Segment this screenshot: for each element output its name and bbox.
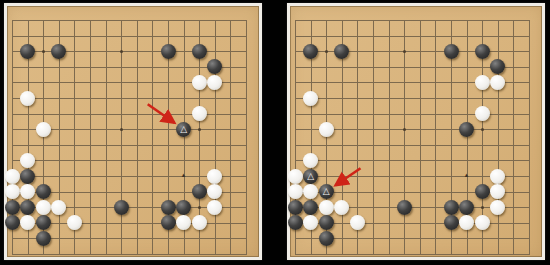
- white-stone: [67, 215, 82, 230]
- black-stone: [192, 44, 207, 59]
- grid-line-v: [215, 20, 216, 255]
- black-stone: [444, 215, 459, 230]
- white-stone: [288, 169, 303, 184]
- white-stone: [303, 91, 318, 106]
- white-stone: [192, 215, 207, 230]
- white-stone: [20, 91, 35, 106]
- black-stone: [176, 122, 191, 137]
- grid-line-h: [12, 20, 247, 21]
- black-stone: [397, 200, 412, 215]
- white-stone: [490, 184, 505, 199]
- grid-line-h: [295, 20, 530, 21]
- right-board[interactable]: ▴△△: [290, 6, 542, 257]
- grid-line-h: [12, 51, 247, 52]
- white-stone: [176, 215, 191, 230]
- black-stone: [303, 169, 318, 184]
- grid-line-v: [121, 20, 122, 255]
- white-stone: [490, 75, 505, 90]
- black-stone: [459, 200, 474, 215]
- grid-line-v: [389, 20, 390, 255]
- grid-line-h: [295, 160, 530, 161]
- black-stone: [319, 231, 334, 246]
- grid-line-h: [12, 36, 247, 37]
- black-stone: [20, 200, 35, 215]
- grid-line-h: [12, 114, 247, 115]
- grid-line-v: [90, 20, 91, 255]
- white-stone: [303, 215, 318, 230]
- grid-line-v: [513, 20, 514, 255]
- black-stone: [288, 200, 303, 215]
- black-stone: [176, 200, 191, 215]
- grid-line-h: [295, 114, 530, 115]
- black-stone: [303, 200, 318, 215]
- left-board[interactable]: ▴△: [7, 6, 259, 257]
- grid-line-v: [529, 20, 530, 255]
- black-stone: [5, 215, 20, 230]
- grid-line-v: [137, 20, 138, 255]
- white-stone: [207, 75, 222, 90]
- black-stone: [20, 169, 35, 184]
- white-stone: [490, 169, 505, 184]
- grid-line-v: [246, 20, 247, 255]
- white-stone: [20, 184, 35, 199]
- grid-line-v: [106, 20, 107, 255]
- star-point: [325, 50, 328, 53]
- white-stone: [303, 153, 318, 168]
- white-stone: [207, 184, 222, 199]
- left-board-card: ▴△: [4, 3, 262, 260]
- black-stone: [288, 215, 303, 230]
- grid-line-h: [295, 36, 530, 37]
- star-point: [403, 128, 406, 131]
- white-stone: [288, 184, 303, 199]
- white-stone: [303, 184, 318, 199]
- white-stone: [475, 106, 490, 121]
- grid-line-v: [404, 20, 405, 255]
- black-stone: [475, 44, 490, 59]
- black-stone: [459, 122, 474, 137]
- black-stone: [161, 44, 176, 59]
- white-stone: [319, 122, 334, 137]
- grid-line-h: [12, 160, 247, 161]
- white-stone: [20, 153, 35, 168]
- white-stone: [350, 215, 365, 230]
- star-point: [481, 128, 484, 131]
- black-stone: [475, 184, 490, 199]
- black-stone: [207, 59, 222, 74]
- star-point: [198, 206, 201, 209]
- black-stone: [490, 59, 505, 74]
- white-stone: [490, 200, 505, 215]
- star-point: [403, 50, 406, 53]
- grid-line-h: [12, 254, 247, 255]
- white-stone: [36, 122, 51, 137]
- white-stone: [459, 215, 474, 230]
- black-stone: [36, 215, 51, 230]
- black-stone: [36, 231, 51, 246]
- black-stone: [114, 200, 129, 215]
- screenshot-root: ▴△ ▴△△: [0, 0, 550, 265]
- white-stone: [5, 184, 20, 199]
- grid-line-v: [420, 20, 421, 255]
- star-point: [120, 128, 123, 131]
- black-stone: [319, 184, 334, 199]
- grid-line-v: [435, 20, 436, 255]
- black-stone: [192, 184, 207, 199]
- black-stone: [20, 44, 35, 59]
- star-point: [120, 50, 123, 53]
- grid-line-v: [373, 20, 374, 255]
- white-stone: [207, 169, 222, 184]
- black-stone: [444, 44, 459, 59]
- white-stone: [475, 215, 490, 230]
- white-stone: [475, 75, 490, 90]
- black-stone: [36, 184, 51, 199]
- grid-line-h: [12, 145, 247, 146]
- grid-line-v: [230, 20, 231, 255]
- black-stone: [161, 215, 176, 230]
- grid-line-h: [295, 98, 530, 99]
- grid-line-v: [498, 20, 499, 255]
- white-stone: [192, 75, 207, 90]
- black-stone: [334, 44, 349, 59]
- white-stone: [192, 106, 207, 121]
- white-stone: [334, 200, 349, 215]
- grid-line-h: [295, 51, 530, 52]
- black-stone: [303, 44, 318, 59]
- black-stone: [444, 200, 459, 215]
- white-stone: [51, 200, 66, 215]
- white-stone: [20, 215, 35, 230]
- star-point: [198, 128, 201, 131]
- white-stone: [36, 200, 51, 215]
- white-stone: [5, 169, 20, 184]
- white-stone: [207, 200, 222, 215]
- right-board-card: ▴△△: [287, 3, 545, 260]
- black-stone: [5, 200, 20, 215]
- grid-line-h: [12, 98, 247, 99]
- grid-line-v: [152, 20, 153, 255]
- star-point: [481, 206, 484, 209]
- black-stone: [51, 44, 66, 59]
- white-stone: [319, 200, 334, 215]
- grid-line-h: [295, 145, 530, 146]
- grid-line-h: [295, 254, 530, 255]
- black-stone: [319, 215, 334, 230]
- black-stone: [161, 200, 176, 215]
- star-point: [42, 50, 45, 53]
